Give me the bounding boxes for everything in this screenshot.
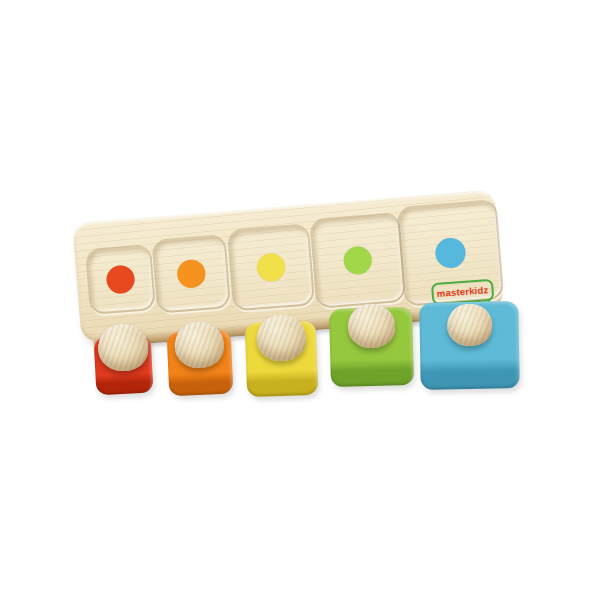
- wooden-knob-orange: [174, 321, 225, 369]
- block-green: [329, 307, 414, 387]
- block-orange: [167, 330, 234, 397]
- blocks-row: [0, 0, 600, 600]
- wooden-knob-blue: [446, 304, 492, 347]
- wooden-knob-green: [347, 303, 395, 348]
- wooden-knob-yellow: [255, 314, 306, 362]
- block-blue: [419, 301, 520, 390]
- product-photo: masterkidz education: [0, 0, 600, 600]
- block-yellow: [245, 321, 319, 397]
- block-red: [94, 335, 154, 396]
- wooden-knob-red: [96, 323, 148, 373]
